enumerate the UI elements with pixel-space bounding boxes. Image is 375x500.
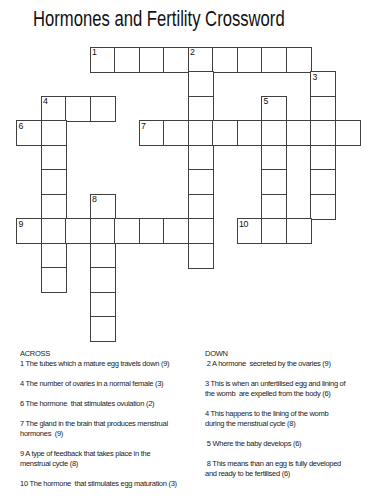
grid-cell-r8-c12[interactable] [286,218,312,244]
down-clue-2-line: 2 A hormone secreted by the ovaries (9) [205,359,373,369]
grid-cell-r8-c7[interactable] [163,218,189,244]
grid-cell-r3-c4[interactable] [90,96,116,122]
down-header: DOWN [205,349,373,359]
grid-cell-r4-c8[interactable] [188,120,214,146]
grid-cell-r2-c13[interactable]: 3 [310,71,336,97]
grid-cell-r8-c1[interactable]: 9 [16,218,42,244]
clue-number-1: 1 [92,47,97,57]
grid-cell-r1-c9[interactable] [212,47,238,73]
grid-cell-r1-c5[interactable] [114,47,140,73]
grid-cell-r8-c8[interactable] [188,218,214,244]
grid-cell-r7-c4[interactable]: 8 [90,194,116,220]
grid-cell-r1-c10[interactable] [237,47,263,73]
grid-cell-r2-c8[interactable] [188,71,214,97]
down-clue-4: 4 This happens to the lining of the womb… [205,409,373,429]
grid-cell-r1-c7[interactable] [163,47,189,73]
across-header: ACROSS [20,349,200,359]
grid-cell-r5-c2[interactable] [41,145,67,171]
clue-number-8: 8 [92,194,97,204]
clue-number-4: 4 [43,96,48,106]
down-clue-8-line: and ready to be fertilised (6) [205,469,373,479]
across-clue-1: 1 The tubes which a mature egg travels d… [20,359,200,369]
across-clue-10-line: 10 The hormone that stimulates egg matur… [20,479,200,489]
grid-cell-r4-c10[interactable] [237,120,263,146]
grid-cell-r6-c8[interactable] [188,169,214,195]
clue-number-3: 3 [313,72,318,82]
across-clue-9-line: menstrual cycle (8) [20,459,200,469]
grid-cell-r8-c5[interactable] [114,218,140,244]
across-clue-4: 4 The number of ovaries in a normal fema… [20,379,200,389]
grid-cell-r5-c11[interactable] [261,145,287,171]
grid-cell-r4-c1[interactable]: 6 [16,120,42,146]
grid-cell-r7-c8[interactable] [188,194,214,220]
grid-cell-r9-c2[interactable] [41,243,67,269]
grid-cell-r4-c12[interactable] [286,120,312,146]
grid-cell-r3-c13[interactable] [310,96,336,122]
clue-number-6: 6 [19,121,24,131]
clue-number-10: 10 [239,219,248,229]
clue-number-5: 5 [264,96,269,106]
down-clue-5: 5 Where the baby develops (6) [205,439,373,449]
grid-cell-r4-c14[interactable] [335,120,361,146]
grid-cell-r1-c6[interactable] [139,47,165,73]
grid-cell-r8-c6[interactable] [139,218,165,244]
across-clue-7-line: hormones (9) [20,429,200,439]
across-clue-6: 6 The hormone that stimulates ovulation … [20,399,200,409]
grid-cell-r5-c13[interactable] [310,145,336,171]
across-clue-9-line: 9 A type of feedback that takes place in… [20,449,200,459]
grid-cell-r3-c2[interactable]: 4 [41,96,67,122]
down-clue-8-line: 8 This means than an egg is fully develo… [205,459,373,469]
grid-cell-r1-c8[interactable]: 2 [188,47,214,73]
clue-number-2: 2 [190,47,195,57]
grid-cell-r3-c8[interactable] [188,96,214,122]
grid-cell-r8-c11[interactable] [261,218,287,244]
across-clue-7-line: 7 The gland in the brain that produces m… [20,419,200,429]
across-clues: ACROSS 1 The tubes which a mature egg tr… [20,349,200,499]
grid-cell-r8-c4[interactable] [90,218,116,244]
down-clue-5-line: 5 Where the baby develops (6) [205,439,373,449]
across-clue-1-line: 1 The tubes which a mature egg travels d… [20,359,200,369]
crossword-grid: 12345678910 [0,0,375,345]
down-clue-3-line: the womb are expelled from the body (6) [205,389,373,399]
grid-cell-r4-c7[interactable] [163,120,189,146]
grid-cell-r1-c12[interactable] [286,47,312,73]
across-clue-7: 7 The gland in the brain that produces m… [20,419,200,439]
down-clues: DOWN 2 A hormone secreted by the ovaries… [205,349,373,489]
grid-cell-r4-c11[interactable] [261,120,287,146]
down-clue-4-line: 4 This happens to the lining of the womb [205,409,373,419]
grid-cell-r9-c8[interactable] [188,243,214,269]
down-clue-4-line: during the menstrual cycle (8) [205,419,373,429]
grid-cell-r1-c4[interactable]: 1 [90,47,116,73]
across-clue-6-line: 6 The hormone that stimulates ovulation … [20,399,200,409]
grid-cell-r6-c2[interactable] [41,169,67,195]
grid-cell-r7-c13[interactable] [310,194,336,220]
grid-cell-r8-c3[interactable] [65,218,91,244]
clue-number-9: 9 [19,219,24,229]
grid-cell-r12-c4[interactable] [90,316,116,342]
grid-cell-r6-c13[interactable] [310,169,336,195]
down-clue-2: 2 A hormone secreted by the ovaries (9) [205,359,373,369]
grid-cell-r9-c4[interactable] [90,243,116,269]
grid-cell-r4-c6[interactable]: 7 [139,120,165,146]
down-clue-3-line: 3 This is when an unfertilised egg and l… [205,379,373,389]
grid-cell-r8-c10[interactable]: 10 [237,218,263,244]
grid-cell-r7-c11[interactable] [261,194,287,220]
grid-cell-r10-c2[interactable] [41,267,67,293]
grid-cell-r10-c4[interactable] [90,267,116,293]
grid-cell-r7-c2[interactable] [41,194,67,220]
clue-number-7: 7 [141,121,146,131]
grid-cell-r4-c9[interactable] [212,120,238,146]
grid-cell-r4-c2[interactable] [41,120,67,146]
grid-cell-r8-c2[interactable] [41,218,67,244]
across-clue-4-line: 4 The number of ovaries in a normal fema… [20,379,200,389]
grid-cell-r11-c4[interactable] [90,292,116,318]
down-clue-3: 3 This is when an unfertilised egg and l… [205,379,373,399]
grid-cell-r3-c11[interactable]: 5 [261,96,287,122]
down-clue-8: 8 This means than an egg is fully develo… [205,459,373,479]
across-clue-9: 9 A type of feedback that takes place in… [20,449,200,469]
grid-cell-r6-c11[interactable] [261,169,287,195]
grid-cell-r1-c11[interactable] [261,47,287,73]
grid-cell-r4-c13[interactable] [310,120,336,146]
grid-cell-r3-c3[interactable] [65,96,91,122]
across-clue-10: 10 The hormone that stimulates egg matur… [20,479,200,489]
grid-cell-r5-c8[interactable] [188,145,214,171]
